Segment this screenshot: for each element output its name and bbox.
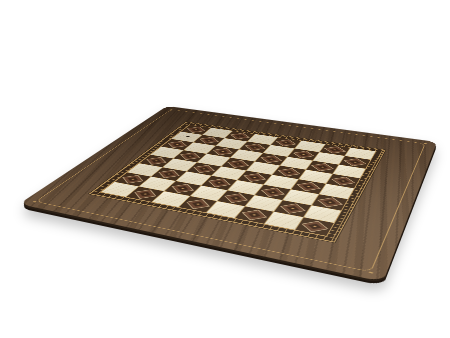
pinstripe-corner-accent	[33, 201, 37, 203]
chessboard	[19, 106, 437, 282]
maker-mark	[185, 136, 190, 138]
board-shadow	[0, 0, 450, 338]
mosaic-border-band	[89, 122, 386, 243]
pinstripe-corner-accent	[368, 271, 373, 273]
product-photo-scene	[0, 0, 450, 338]
walnut-frame	[19, 106, 437, 282]
pinstripe-corner-accent	[424, 143, 427, 144]
board-field	[100, 124, 376, 236]
pinstripe-corner-accent	[170, 109, 173, 110]
